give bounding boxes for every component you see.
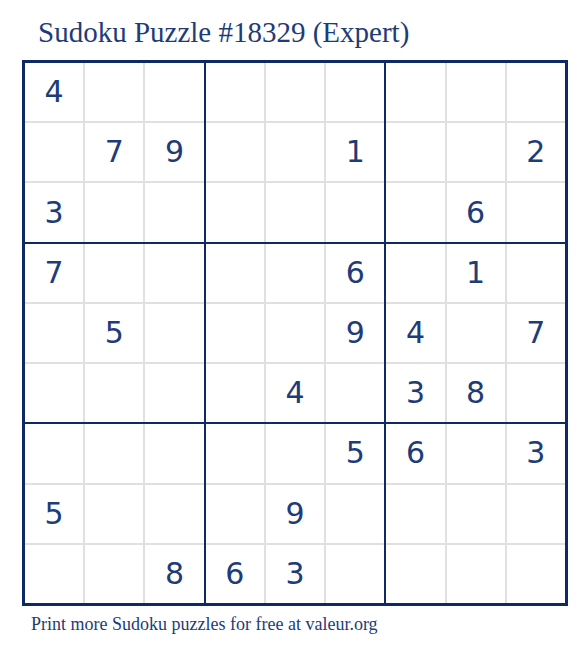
box-2-2: 694	[206, 244, 385, 423]
cell-r3c7[interactable]	[386, 183, 444, 241]
cell-r2c6[interactable]: 1	[326, 123, 384, 181]
box-3-1: 58	[25, 424, 204, 603]
footer-text: Print more Sudoku puzzles for free at va…	[31, 614, 378, 635]
cell-r7c7[interactable]: 6	[386, 424, 444, 482]
cell-r3c8[interactable]: 6	[447, 183, 505, 241]
cell-r2c2[interactable]: 7	[85, 123, 143, 181]
cell-r7c5[interactable]	[266, 424, 324, 482]
box-1-2: 1	[206, 63, 385, 242]
cell-r9c5[interactable]: 3	[266, 545, 324, 603]
page-title: Sudoku Puzzle #18329 (Expert)	[38, 16, 409, 49]
cell-r6c7[interactable]: 3	[386, 364, 444, 422]
cell-r3c6[interactable]	[326, 183, 384, 241]
cell-r3c4[interactable]	[206, 183, 264, 241]
cell-r5c2[interactable]: 5	[85, 304, 143, 362]
cell-r4c6[interactable]: 6	[326, 244, 384, 302]
cell-r8c6[interactable]	[326, 485, 384, 543]
cell-r6c4[interactable]	[206, 364, 264, 422]
cell-r4c3[interactable]	[145, 244, 203, 302]
cell-r1c2[interactable]	[85, 63, 143, 121]
cell-r5c3[interactable]	[145, 304, 203, 362]
cell-r5c4[interactable]	[206, 304, 264, 362]
page: Sudoku Puzzle #18329 (Expert) 4793126756…	[0, 0, 580, 651]
cell-r2c4[interactable]	[206, 123, 264, 181]
cell-r6c6[interactable]	[326, 364, 384, 422]
cell-r1c5[interactable]	[266, 63, 324, 121]
cell-r6c3[interactable]	[145, 364, 203, 422]
box-1-3: 26	[386, 63, 565, 242]
box-3-3: 63	[386, 424, 565, 603]
cell-r4c9[interactable]	[507, 244, 565, 302]
cell-r9c6[interactable]	[326, 545, 384, 603]
cell-r1c6[interactable]	[326, 63, 384, 121]
cell-r5c1[interactable]	[25, 304, 83, 362]
cell-r1c1[interactable]: 4	[25, 63, 83, 121]
cell-r4c5[interactable]	[266, 244, 324, 302]
cell-r4c8[interactable]: 1	[447, 244, 505, 302]
cell-r3c3[interactable]	[145, 183, 203, 241]
cell-r3c2[interactable]	[85, 183, 143, 241]
cell-r1c8[interactable]	[447, 63, 505, 121]
cell-r9c3[interactable]: 8	[145, 545, 203, 603]
cell-r5c8[interactable]	[447, 304, 505, 362]
cell-r2c5[interactable]	[266, 123, 324, 181]
cell-r3c5[interactable]	[266, 183, 324, 241]
cell-r6c2[interactable]	[85, 364, 143, 422]
cell-r1c4[interactable]	[206, 63, 264, 121]
cell-r7c3[interactable]	[145, 424, 203, 482]
cell-r6c9[interactable]	[507, 364, 565, 422]
box-1-1: 4793	[25, 63, 204, 242]
cell-r4c2[interactable]	[85, 244, 143, 302]
cell-r4c7[interactable]	[386, 244, 444, 302]
cell-r7c8[interactable]	[447, 424, 505, 482]
cell-r1c3[interactable]	[145, 63, 203, 121]
cell-r6c1[interactable]	[25, 364, 83, 422]
cell-r3c9[interactable]	[507, 183, 565, 241]
cell-r9c8[interactable]	[447, 545, 505, 603]
cell-r2c1[interactable]	[25, 123, 83, 181]
cell-r4c1[interactable]: 7	[25, 244, 83, 302]
cell-r5c5[interactable]	[266, 304, 324, 362]
cell-r8c9[interactable]	[507, 485, 565, 543]
cell-r9c1[interactable]	[25, 545, 83, 603]
cell-r5c7[interactable]: 4	[386, 304, 444, 362]
box-2-1: 75	[25, 244, 204, 423]
box-3-2: 5963	[206, 424, 385, 603]
cell-r5c9[interactable]: 7	[507, 304, 565, 362]
box-2-3: 14738	[386, 244, 565, 423]
cell-r1c7[interactable]	[386, 63, 444, 121]
cell-r8c3[interactable]	[145, 485, 203, 543]
cell-r9c2[interactable]	[85, 545, 143, 603]
cell-r4c4[interactable]	[206, 244, 264, 302]
cell-r9c4[interactable]: 6	[206, 545, 264, 603]
cell-r6c5[interactable]: 4	[266, 364, 324, 422]
cell-r2c8[interactable]	[447, 123, 505, 181]
cell-r8c7[interactable]	[386, 485, 444, 543]
cell-r7c6[interactable]: 5	[326, 424, 384, 482]
cell-r8c4[interactable]	[206, 485, 264, 543]
cell-r8c5[interactable]: 9	[266, 485, 324, 543]
cell-r7c1[interactable]	[25, 424, 83, 482]
cell-r7c9[interactable]: 3	[507, 424, 565, 482]
cell-r2c3[interactable]: 9	[145, 123, 203, 181]
cell-r8c8[interactable]	[447, 485, 505, 543]
cell-r8c2[interactable]	[85, 485, 143, 543]
cell-r2c9[interactable]: 2	[507, 123, 565, 181]
cell-r5c6[interactable]: 9	[326, 304, 384, 362]
cell-r8c1[interactable]: 5	[25, 485, 83, 543]
cell-r9c9[interactable]	[507, 545, 565, 603]
cell-r9c7[interactable]	[386, 545, 444, 603]
cell-r2c7[interactable]	[386, 123, 444, 181]
cell-r7c4[interactable]	[206, 424, 264, 482]
cell-r1c9[interactable]	[507, 63, 565, 121]
cell-r6c8[interactable]: 8	[447, 364, 505, 422]
cell-r7c2[interactable]	[85, 424, 143, 482]
cell-r3c1[interactable]: 3	[25, 183, 83, 241]
sudoku-board: 4793126756941473858596363	[22, 60, 568, 606]
